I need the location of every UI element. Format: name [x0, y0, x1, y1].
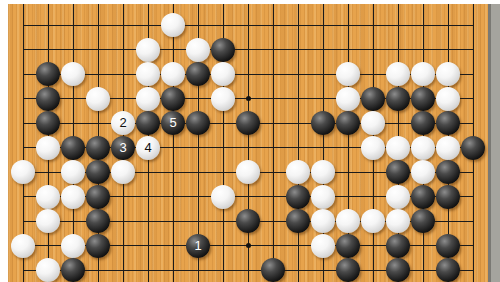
white-stone[interactable] — [286, 160, 310, 184]
black-stone[interactable] — [286, 209, 310, 233]
white-stone[interactable] — [61, 160, 85, 184]
white-stone[interactable] — [411, 136, 435, 160]
white-stone[interactable] — [336, 209, 360, 233]
white-stone[interactable] — [311, 185, 335, 209]
black-stone[interactable] — [86, 209, 110, 233]
white-stone[interactable] — [36, 209, 60, 233]
black-stone[interactable] — [336, 111, 360, 135]
black-stone[interactable] — [86, 185, 110, 209]
grid-line-vertical — [273, 4, 274, 282]
black-stone[interactable] — [436, 258, 460, 282]
black-stone[interactable] — [461, 136, 485, 160]
white-stone-move-4[interactable]: 4 — [136, 136, 160, 160]
white-stone[interactable] — [136, 87, 160, 111]
black-stone[interactable] — [236, 209, 260, 233]
star-point — [246, 96, 251, 101]
black-stone[interactable] — [411, 209, 435, 233]
white-stone[interactable] — [436, 62, 460, 86]
black-stone[interactable] — [311, 111, 335, 135]
white-stone[interactable] — [311, 234, 335, 258]
white-stone[interactable] — [136, 38, 160, 62]
white-stone[interactable] — [111, 160, 135, 184]
grid-line-horizontal — [23, 25, 474, 26]
white-stone[interactable] — [211, 62, 235, 86]
white-stone[interactable] — [211, 185, 235, 209]
black-stone[interactable] — [36, 111, 60, 135]
white-stone[interactable] — [61, 234, 85, 258]
black-stone[interactable] — [386, 87, 410, 111]
white-stone[interactable] — [11, 234, 35, 258]
black-stone[interactable] — [336, 258, 360, 282]
window-frame-right — [491, 4, 500, 282]
white-stone[interactable] — [386, 185, 410, 209]
black-stone[interactable] — [411, 111, 435, 135]
white-stone[interactable] — [61, 62, 85, 86]
black-stone[interactable] — [336, 234, 360, 258]
star-point — [246, 243, 251, 248]
black-stone[interactable] — [211, 38, 235, 62]
black-stone[interactable] — [286, 185, 310, 209]
black-stone[interactable] — [361, 87, 385, 111]
white-stone[interactable] — [411, 160, 435, 184]
white-stone[interactable] — [336, 62, 360, 86]
black-stone[interactable] — [36, 62, 60, 86]
white-stone[interactable] — [36, 185, 60, 209]
white-stone[interactable] — [336, 87, 360, 111]
white-stone[interactable] — [236, 160, 260, 184]
black-stone[interactable] — [436, 111, 460, 135]
black-stone[interactable] — [86, 136, 110, 160]
black-stone[interactable] — [236, 111, 260, 135]
grid-line-vertical — [248, 4, 249, 282]
black-stone[interactable] — [186, 62, 210, 86]
black-stone[interactable] — [186, 111, 210, 135]
white-stone[interactable] — [436, 136, 460, 160]
white-stone[interactable] — [436, 87, 460, 111]
black-stone[interactable] — [436, 160, 460, 184]
white-stone[interactable] — [311, 209, 335, 233]
white-stone[interactable] — [86, 87, 110, 111]
black-stone[interactable] — [261, 258, 285, 282]
white-stone[interactable] — [161, 13, 185, 37]
white-stone[interactable] — [386, 62, 410, 86]
window-frame-top — [0, 0, 500, 4]
white-stone-move-2[interactable]: 2 — [111, 111, 135, 135]
white-stone[interactable] — [186, 38, 210, 62]
black-stone-move-3[interactable]: 3 — [111, 136, 135, 160]
white-stone[interactable] — [361, 209, 385, 233]
black-stone[interactable] — [161, 87, 185, 111]
black-stone[interactable] — [136, 111, 160, 135]
black-stone[interactable] — [411, 185, 435, 209]
white-stone[interactable] — [161, 62, 185, 86]
window-frame-left — [0, 4, 8, 282]
black-stone[interactable] — [61, 136, 85, 160]
go-app-window: 25341 — [0, 0, 500, 282]
black-stone[interactable] — [61, 258, 85, 282]
white-stone[interactable] — [36, 136, 60, 160]
white-stone[interactable] — [311, 160, 335, 184]
black-stone-move-5[interactable]: 5 — [161, 111, 185, 135]
black-stone-move-1[interactable]: 1 — [186, 234, 210, 258]
white-stone[interactable] — [11, 160, 35, 184]
white-stone[interactable] — [211, 87, 235, 111]
white-stone[interactable] — [61, 185, 85, 209]
white-stone[interactable] — [361, 136, 385, 160]
black-stone[interactable] — [436, 234, 460, 258]
white-stone[interactable] — [386, 136, 410, 160]
white-stone[interactable] — [136, 62, 160, 86]
white-stone[interactable] — [386, 209, 410, 233]
white-stone[interactable] — [411, 62, 435, 86]
black-stone[interactable] — [386, 258, 410, 282]
black-stone[interactable] — [86, 234, 110, 258]
black-stone[interactable] — [86, 160, 110, 184]
white-stone[interactable] — [361, 111, 385, 135]
black-stone[interactable] — [386, 160, 410, 184]
grid-line-vertical — [173, 4, 174, 282]
grid-line-horizontal — [23, 49, 474, 50]
black-stone[interactable] — [386, 234, 410, 258]
white-stone[interactable] — [36, 258, 60, 282]
grid-line-vertical — [298, 4, 299, 282]
black-stone[interactable] — [436, 185, 460, 209]
black-stone[interactable] — [411, 87, 435, 111]
black-stone[interactable] — [36, 87, 60, 111]
